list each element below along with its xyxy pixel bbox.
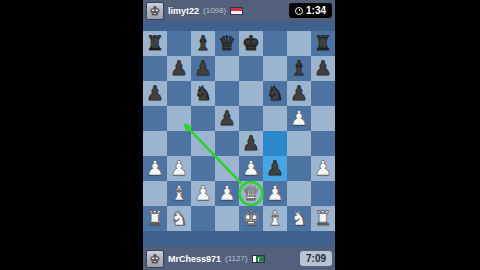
square-g5[interactable]: ♟ [287,106,311,131]
square-c5[interactable] [191,106,215,131]
black-king-e8: ♚ [239,31,263,56]
black-pawn-a6: ♟ [143,81,167,106]
black-pawn-f3: ♟ [263,156,287,181]
black-rook-a8: ♜ [143,31,167,56]
white-pawn-g5: ♟ [287,106,311,131]
square-c1[interactable] [191,206,215,231]
square-d5[interactable]: ♟ [215,106,239,131]
square-d6[interactable] [215,81,239,106]
square-e3[interactable]: ♟ [239,156,263,181]
black-bishop-c8: ♝ [191,31,215,56]
square-a2[interactable] [143,181,167,206]
square-f4[interactable] [263,131,287,156]
square-f8[interactable] [263,31,287,56]
square-g7[interactable]: ♝ [287,56,311,81]
black-pawn-e4: ♟ [239,131,263,156]
square-d8[interactable]: ♛ [215,31,239,56]
square-b8[interactable] [167,31,191,56]
square-d1[interactable] [215,206,239,231]
player-time: 7:09 [306,253,326,264]
square-a6[interactable]: ♟ [143,81,167,106]
square-h4[interactable] [311,131,335,156]
white-rook-h1: ♜ [311,206,335,231]
white-rook-a1: ♜ [143,206,167,231]
black-pawn-g6: ♟ [287,81,311,106]
square-h6[interactable] [311,81,335,106]
white-knight-b1: ♞ [167,206,191,231]
square-d3[interactable] [215,156,239,181]
square-c3[interactable] [191,156,215,181]
clock-icon [295,7,303,15]
player-player-bar: ♚ MrChess971 (1127) 7:09 [143,247,335,270]
white-pawn-b3: ♟ [167,156,191,181]
white-pawn-f2: ♟ [263,181,287,206]
white-knight-g1: ♞ [287,206,311,231]
square-f6[interactable]: ♞ [263,81,287,106]
opponent-rating: (1098) [203,6,226,15]
black-knight-c6: ♞ [191,81,215,106]
square-e8[interactable]: ♚ [239,31,263,56]
square-e7[interactable] [239,56,263,81]
square-a3[interactable]: ♟ [143,156,167,181]
square-h7[interactable]: ♟ [311,56,335,81]
square-c7[interactable]: ♟ [191,56,215,81]
square-f1[interactable]: ♝ [263,206,287,231]
square-f7[interactable] [263,56,287,81]
square-g8[interactable] [287,31,311,56]
indonesia-flag-icon [230,7,243,15]
white-bishop-b2: ♝ [167,181,191,206]
white-king-avatar-icon: ♚ [150,5,161,17]
white-bishop-f1: ♝ [263,206,287,231]
square-g4[interactable] [287,131,311,156]
square-e1[interactable]: ♚ [239,206,263,231]
square-g1[interactable]: ♞ [287,206,311,231]
white-king-e1: ♚ [239,206,263,231]
white-pawn-e3: ♟ [239,156,263,181]
square-b3[interactable]: ♟ [167,156,191,181]
square-d4[interactable] [215,131,239,156]
white-pawn-h3: ♟ [311,156,335,181]
square-e4[interactable]: ♟ [239,131,263,156]
square-h3[interactable]: ♟ [311,156,335,181]
square-a8[interactable]: ♜ [143,31,167,56]
opponent-clock: 1:34 [289,3,332,18]
black-queen-d8: ♛ [215,31,239,56]
square-e5[interactable] [239,106,263,131]
black-rook-h8: ♜ [311,31,335,56]
white-queen-e2: ♛ [239,181,263,206]
white-pawn-d2: ♟ [215,181,239,206]
black-pawn-h7: ♟ [311,56,335,81]
square-h5[interactable] [311,106,335,131]
square-b7[interactable]: ♟ [167,56,191,81]
black-bishop-g7: ♝ [287,56,311,81]
opponent-name: limyt22 [168,6,199,16]
opponent-avatar[interactable]: ♚ [146,2,164,20]
square-f3[interactable]: ♟ [263,156,287,181]
player-clock: 7:09 [300,251,332,266]
player-avatar[interactable]: ♚ [146,250,164,268]
square-e6[interactable] [239,81,263,106]
square-a7[interactable] [143,56,167,81]
square-a1[interactable]: ♜ [143,206,167,231]
square-c2[interactable]: ♟ [191,181,215,206]
white-pawn-a3: ♟ [143,156,167,181]
square-f5[interactable] [263,106,287,131]
black-pawn-d5: ♟ [215,106,239,131]
chess-app-window: ♚ limyt22 (1098) 1:34 ♜♝♛♚♜♟♟♝♟♟♞♞♟♟♟♟♟♟… [143,0,335,270]
square-h8[interactable]: ♜ [311,31,335,56]
pakistan-flag-icon [252,255,265,263]
square-g3[interactable] [287,156,311,181]
square-g2[interactable] [287,181,311,206]
opponent-player-bar: ♚ limyt22 (1098) 1:34 [143,0,335,21]
square-c4[interactable] [191,131,215,156]
square-h1[interactable]: ♜ [311,206,335,231]
player-name: MrChess971 [168,254,221,264]
white-pawn-c2: ♟ [191,181,215,206]
black-pawn-b7: ♟ [167,56,191,81]
square-h2[interactable] [311,181,335,206]
square-a4[interactable] [143,131,167,156]
square-c6[interactable]: ♞ [191,81,215,106]
player-rating: (1127) [225,254,248,263]
square-d7[interactable] [215,56,239,81]
square-b5[interactable] [167,106,191,131]
square-b2[interactable]: ♝ [167,181,191,206]
square-f2[interactable]: ♟ [263,181,287,206]
square-a5[interactable] [143,106,167,131]
square-c8[interactable]: ♝ [191,31,215,56]
square-d2[interactable]: ♟ [215,181,239,206]
screen: { "game": "chess", "position": { "fen": … [0,0,480,270]
black-knight-f6: ♞ [263,81,287,106]
square-b4[interactable] [167,131,191,156]
square-b6[interactable] [167,81,191,106]
square-e2[interactable]: ♛ [239,181,263,206]
opponent-time: 1:34 [306,5,326,16]
square-b1[interactable]: ♞ [167,206,191,231]
white-king-avatar-icon: ♚ [150,253,161,265]
square-g6[interactable]: ♟ [287,81,311,106]
chess-board: ♜♝♛♚♜♟♟♝♟♟♞♞♟♟♟♟♟♟♟♟♟♝♟♟♛♟♜♞♚♝♞♜ [143,31,335,231]
black-pawn-c7: ♟ [191,56,215,81]
